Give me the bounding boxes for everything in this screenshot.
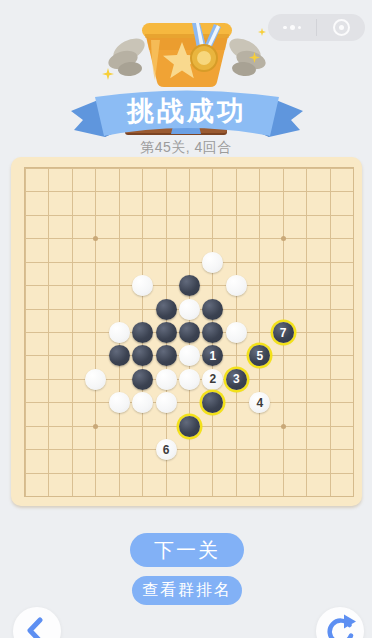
stone-black [132,369,153,390]
miniprogram-capsule [268,14,365,41]
chevron-left-icon [13,607,61,638]
back-button[interactable] [13,607,61,638]
stone-black [179,275,200,296]
stone-black: 1 [202,345,223,366]
stone-black [156,322,177,343]
capsule-more-button[interactable] [268,14,316,41]
page: { "game": "gomoku", "header": { "banner_… [0,0,372,638]
stone-black [179,416,200,437]
trophy-cup [142,23,232,87]
next-level-button[interactable]: 下一关 [130,533,244,567]
stone-white [179,369,200,390]
stone-black [202,299,223,320]
level-subtitle: 第45关, 4回合 [0,139,372,157]
stone-white [226,275,247,296]
stone-black [202,392,223,413]
stone-white [156,369,177,390]
stone-white [179,345,200,366]
board-grid: 7152346 [24,167,354,497]
share-button[interactable] [316,607,364,638]
stone-white [85,369,106,390]
stone-black [132,322,153,343]
stone-black [202,322,223,343]
stone-white [132,275,153,296]
star-point [93,424,98,429]
stone-white [179,299,200,320]
stone-black: 7 [273,322,294,343]
star-point [93,236,98,241]
star-point [281,236,286,241]
stone-white [132,392,153,413]
home-circle-icon [333,19,350,36]
left-wing-icon [106,34,148,78]
stone-white: 4 [249,392,270,413]
stone-white: 6 [156,439,177,460]
star-point [281,424,286,429]
stone-black [156,299,177,320]
group-ranking-button[interactable]: 查看群排名 [132,576,242,605]
banner-ribbon: 挑战成功 [68,83,306,147]
stone-white [202,252,223,273]
stone-black [156,345,177,366]
stone-white [156,392,177,413]
banner-text: 挑战成功 [68,92,306,130]
stone-black: 5 [249,345,270,366]
capsule-close-button[interactable] [317,14,365,41]
stone-white [109,322,130,343]
stone-black: 3 [226,369,247,390]
stone-black [109,345,130,366]
right-wing-icon [226,34,268,78]
medal-icon [191,45,217,71]
more-dots-icon [283,25,301,30]
stone-white [226,322,247,343]
stone-white [109,392,130,413]
stone-white: 2 [202,369,223,390]
stone-black [132,345,153,366]
share-forward-icon [316,607,364,638]
gomoku-board-panel: 7152346 [11,157,362,506]
stone-black [179,322,200,343]
